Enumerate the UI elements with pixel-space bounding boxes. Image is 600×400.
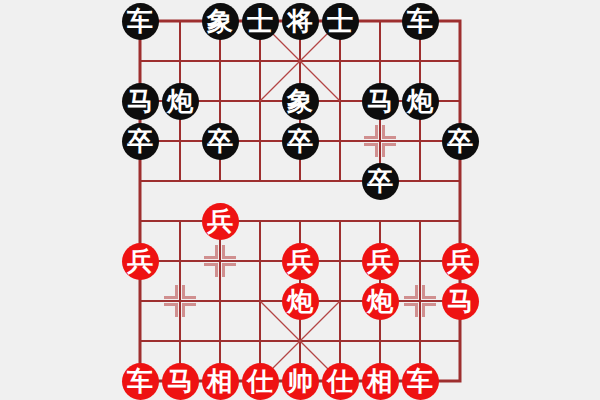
piece-red-general[interactable]: 帅 <box>282 363 319 400</box>
piece-black-elephant[interactable]: 象 <box>282 83 319 120</box>
xiangqi-board: 车象士将士车马炮象马炮卒卒卒卒卒兵兵兵兵兵炮炮马车马相仕帅仕相车 <box>0 0 600 400</box>
piece-black-pawn[interactable]: 卒 <box>282 123 319 160</box>
piece-red-pawn[interactable]: 兵 <box>442 243 479 280</box>
piece-black-cannon[interactable]: 炮 <box>402 83 439 120</box>
piece-black-advisor[interactable]: 士 <box>322 3 359 40</box>
piece-red-elephant[interactable]: 相 <box>362 363 399 400</box>
piece-black-pawn[interactable]: 卒 <box>442 123 479 160</box>
piece-red-pawn[interactable]: 兵 <box>282 243 319 280</box>
piece-red-advisor[interactable]: 仕 <box>322 363 359 400</box>
piece-red-pawn[interactable]: 兵 <box>122 243 159 280</box>
piece-black-cannon[interactable]: 炮 <box>162 83 199 120</box>
piece-black-advisor[interactable]: 士 <box>242 3 279 40</box>
piece-red-horse[interactable]: 马 <box>442 283 479 320</box>
piece-black-pawn[interactable]: 卒 <box>122 123 159 160</box>
piece-red-chariot[interactable]: 车 <box>122 363 159 400</box>
piece-red-cannon[interactable]: 炮 <box>282 283 319 320</box>
piece-red-chariot[interactable]: 车 <box>402 363 439 400</box>
piece-black-elephant[interactable]: 象 <box>202 3 239 40</box>
piece-black-chariot[interactable]: 车 <box>402 3 439 40</box>
piece-red-advisor[interactable]: 仕 <box>242 363 279 400</box>
piece-black-horse[interactable]: 马 <box>362 83 399 120</box>
piece-red-pawn[interactable]: 兵 <box>362 243 399 280</box>
piece-black-horse[interactable]: 马 <box>122 83 159 120</box>
piece-red-pawn[interactable]: 兵 <box>202 203 239 240</box>
piece-black-general[interactable]: 将 <box>282 3 319 40</box>
piece-red-cannon[interactable]: 炮 <box>362 283 399 320</box>
piece-black-pawn[interactable]: 卒 <box>362 163 399 200</box>
piece-red-elephant[interactable]: 相 <box>202 363 239 400</box>
pieces-grid: 车象士将士车马炮象马炮卒卒卒卒卒兵兵兵兵兵炮炮马车马相仕帅仕相车 <box>120 1 480 400</box>
piece-black-chariot[interactable]: 车 <box>122 3 159 40</box>
piece-black-pawn[interactable]: 卒 <box>202 123 239 160</box>
piece-red-horse[interactable]: 马 <box>162 363 199 400</box>
